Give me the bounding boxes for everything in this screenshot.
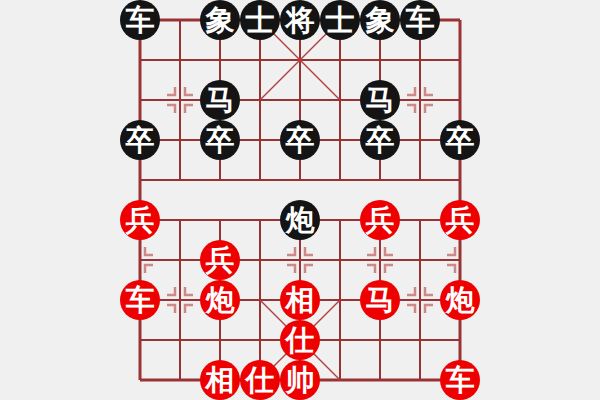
- piece-black-soldier[interactable]: 卒: [440, 120, 480, 160]
- board-point[interactable]: [360, 240, 400, 280]
- board-point[interactable]: [400, 360, 440, 400]
- piece-red-elephant[interactable]: 相: [200, 360, 240, 400]
- board-point[interactable]: [400, 200, 440, 240]
- piece-black-advisor[interactable]: 士: [320, 0, 360, 40]
- board-point[interactable]: [400, 120, 440, 160]
- piece-black-soldier[interactable]: 卒: [280, 120, 320, 160]
- board-point[interactable]: [360, 160, 400, 200]
- piece-black-advisor[interactable]: 士: [240, 0, 280, 40]
- board-point[interactable]: [160, 40, 200, 80]
- piece-red-soldier[interactable]: 兵: [440, 200, 480, 240]
- board-point[interactable]: [400, 160, 440, 200]
- board-point[interactable]: 卒: [440, 120, 480, 160]
- piece-black-elephant[interactable]: 象: [200, 0, 240, 40]
- piece-red-general[interactable]: 帅: [280, 360, 320, 400]
- board-point[interactable]: [400, 80, 440, 120]
- xiangqi-board-screen: 车象士将士象车马马卒卒卒卒卒兵炮兵兵兵车炮相马炮仕相仕帅车: [0, 0, 600, 400]
- board-point[interactable]: 兵: [360, 200, 400, 240]
- board-point[interactable]: [440, 240, 480, 280]
- board-point[interactable]: [240, 160, 280, 200]
- board-point[interactable]: [400, 40, 440, 80]
- board-point[interactable]: [240, 200, 280, 240]
- board-point[interactable]: 车: [120, 0, 160, 40]
- board-point[interactable]: [320, 320, 360, 360]
- board-point[interactable]: 将: [280, 0, 320, 40]
- piece-red-horse[interactable]: 马: [360, 280, 400, 320]
- board-point[interactable]: [320, 120, 360, 160]
- board-point[interactable]: [320, 280, 360, 320]
- board-point[interactable]: [400, 240, 440, 280]
- piece-red-chariot[interactable]: 车: [120, 280, 160, 320]
- board-point[interactable]: [240, 120, 280, 160]
- board-point[interactable]: 车: [400, 0, 440, 40]
- board-point[interactable]: [440, 0, 480, 40]
- piece-red-advisor[interactable]: 仕: [240, 360, 280, 400]
- board-point[interactable]: [320, 80, 360, 120]
- board-point[interactable]: [200, 320, 240, 360]
- board-point[interactable]: [400, 280, 440, 320]
- board-point[interactable]: [360, 40, 400, 80]
- board-point[interactable]: [240, 280, 280, 320]
- board-point[interactable]: [120, 160, 160, 200]
- board-point[interactable]: [160, 240, 200, 280]
- piece-black-soldier[interactable]: 卒: [200, 120, 240, 160]
- board-point[interactable]: 象: [360, 0, 400, 40]
- piece-red-elephant[interactable]: 相: [280, 280, 320, 320]
- board-point[interactable]: [200, 160, 240, 200]
- board-point[interactable]: [120, 320, 160, 360]
- board-point[interactable]: 兵: [200, 240, 240, 280]
- board-point[interactable]: [120, 80, 160, 120]
- board-point[interactable]: [160, 80, 200, 120]
- board-point[interactable]: [280, 160, 320, 200]
- piece-red-cannon[interactable]: 炮: [200, 280, 240, 320]
- board-point[interactable]: [160, 280, 200, 320]
- board-point[interactable]: 卒: [280, 120, 320, 160]
- board-point[interactable]: [360, 320, 400, 360]
- piece-black-general[interactable]: 将: [280, 0, 320, 40]
- board-point[interactable]: [320, 240, 360, 280]
- piece-black-soldier[interactable]: 卒: [120, 120, 160, 160]
- board-point[interactable]: [280, 240, 320, 280]
- board-point[interactable]: 相: [280, 280, 320, 320]
- board-point[interactable]: [160, 360, 200, 400]
- board-point[interactable]: [440, 320, 480, 360]
- board-point[interactable]: 兵: [440, 200, 480, 240]
- board-point[interactable]: [440, 40, 480, 80]
- board-point[interactable]: 士: [240, 0, 280, 40]
- board-point[interactable]: [120, 240, 160, 280]
- board-point[interactable]: 相: [200, 360, 240, 400]
- board-point[interactable]: 仕: [280, 320, 320, 360]
- board-point[interactable]: [240, 80, 280, 120]
- board-point[interactable]: [280, 40, 320, 80]
- board-point[interactable]: [440, 160, 480, 200]
- board-point[interactable]: [320, 40, 360, 80]
- board-point[interactable]: [280, 80, 320, 120]
- board-point[interactable]: [320, 200, 360, 240]
- board-point[interactable]: [320, 360, 360, 400]
- board-point[interactable]: [240, 320, 280, 360]
- board-point[interactable]: [160, 200, 200, 240]
- board-point[interactable]: [160, 320, 200, 360]
- board-point[interactable]: 卒: [360, 120, 400, 160]
- board-point[interactable]: [160, 120, 200, 160]
- board-point[interactable]: [400, 320, 440, 360]
- board-point[interactable]: 仕: [240, 360, 280, 400]
- piece-black-elephant[interactable]: 象: [360, 0, 400, 40]
- board-point[interactable]: 卒: [200, 120, 240, 160]
- piece-black-cannon[interactable]: 炮: [280, 200, 320, 240]
- board-point[interactable]: [240, 240, 280, 280]
- board-point[interactable]: [240, 40, 280, 80]
- piece-black-horse[interactable]: 马: [200, 80, 240, 120]
- board-point[interactable]: 象: [200, 0, 240, 40]
- piece-black-chariot[interactable]: 车: [120, 0, 160, 40]
- piece-red-chariot[interactable]: 车: [440, 360, 480, 400]
- board-point[interactable]: [440, 80, 480, 120]
- piece-red-soldier[interactable]: 兵: [200, 240, 240, 280]
- board-point[interactable]: 炮: [200, 280, 240, 320]
- piece-red-soldier[interactable]: 兵: [360, 200, 400, 240]
- piece-red-advisor[interactable]: 仕: [280, 320, 320, 360]
- board-point[interactable]: 车: [440, 360, 480, 400]
- board-point[interactable]: [200, 40, 240, 80]
- board-point[interactable]: 帅: [280, 360, 320, 400]
- board-point[interactable]: 炮: [440, 280, 480, 320]
- board-point[interactable]: 卒: [120, 120, 160, 160]
- board-point[interactable]: 马: [200, 80, 240, 120]
- board-point[interactable]: [360, 360, 400, 400]
- piece-red-cannon[interactable]: 炮: [440, 280, 480, 320]
- piece-black-soldier[interactable]: 卒: [360, 120, 400, 160]
- board-point[interactable]: 兵: [120, 200, 160, 240]
- piece-black-chariot[interactable]: 车: [400, 0, 440, 40]
- board-point[interactable]: [160, 0, 200, 40]
- xiangqi-board: 车象士将士象车马马卒卒卒卒卒兵炮兵兵兵车炮相马炮仕相仕帅车: [120, 0, 480, 400]
- piece-black-horse[interactable]: 马: [360, 80, 400, 120]
- board-point[interactable]: 马: [360, 80, 400, 120]
- board-point[interactable]: [160, 160, 200, 200]
- board-point[interactable]: [120, 360, 160, 400]
- board-point[interactable]: 马: [360, 280, 400, 320]
- board-point[interactable]: 车: [120, 280, 160, 320]
- board-point[interactable]: [200, 200, 240, 240]
- piece-red-soldier[interactable]: 兵: [120, 200, 160, 240]
- board-point[interactable]: [320, 160, 360, 200]
- board-point[interactable]: [120, 40, 160, 80]
- board-point[interactable]: 炮: [280, 200, 320, 240]
- board-point[interactable]: 士: [320, 0, 360, 40]
